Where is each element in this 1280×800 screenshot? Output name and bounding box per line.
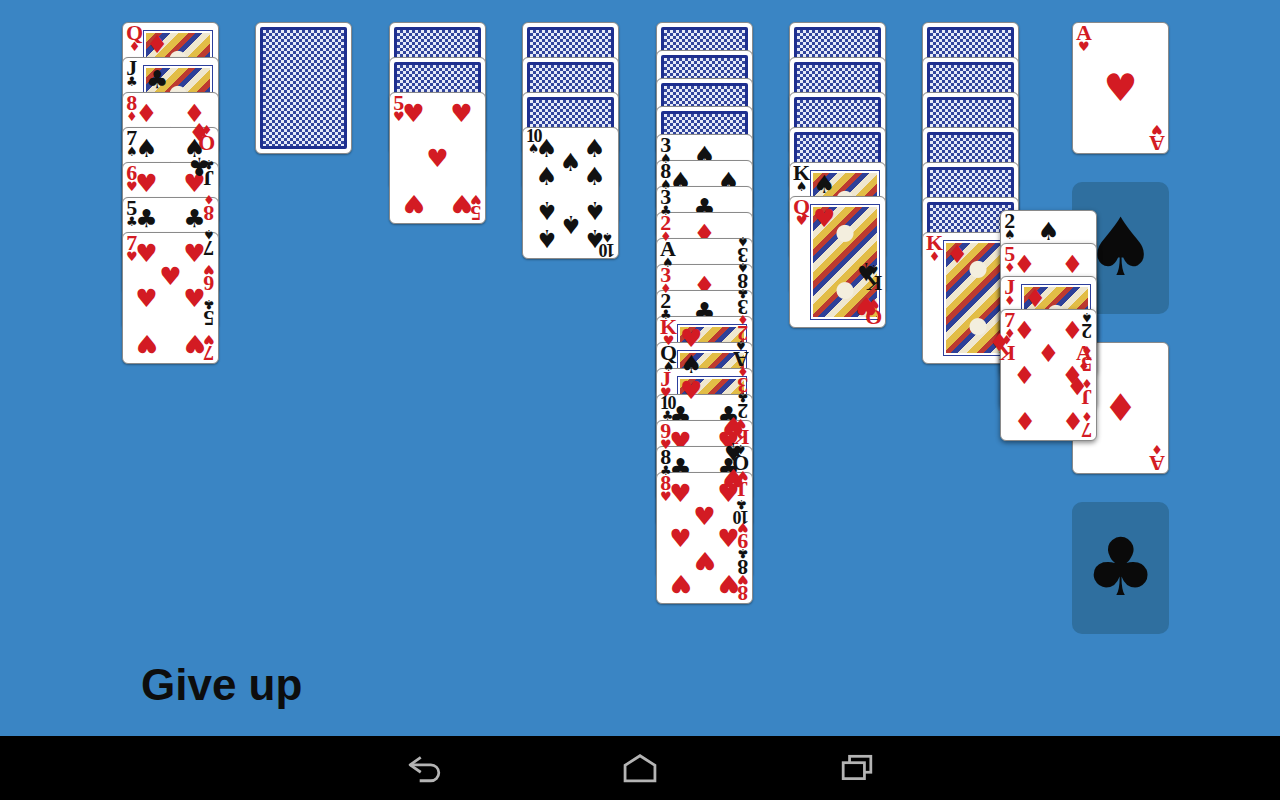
card-index: 5♣ [203, 298, 215, 327]
pip: ♥ [680, 378, 702, 403]
card-index: 8♦ [203, 193, 215, 222]
card-index: 10♠ [600, 232, 615, 257]
card-index: 8♥ [737, 573, 749, 602]
club-icon: ♣ [737, 547, 749, 558]
pip: ♦ [946, 242, 968, 267]
pip-area: ♠♠♠♠♠♠♠♠♠♠ [533, 134, 608, 252]
pip: ♣ [135, 206, 157, 231]
card-index: K♠ [865, 263, 882, 292]
diamond-icon: ♦ [737, 313, 749, 324]
card-index: 7♠ [203, 228, 215, 257]
heart-icon: ♥ [393, 112, 405, 123]
heart-icon: ♥ [735, 417, 747, 428]
pip: ♥ [135, 330, 157, 355]
diamond-icon: ♦ [929, 252, 941, 263]
pip: ♥ [1103, 69, 1137, 107]
pip: ♣ [146, 67, 168, 92]
pip: ♦ [1061, 252, 1083, 277]
club-icon: ♣ [203, 298, 215, 309]
pip: ♦ [1037, 340, 1059, 365]
card-index: 7♠ [126, 129, 138, 158]
pip: ♥ [426, 146, 448, 171]
back-icon[interactable] [406, 751, 444, 785]
diamond-icon: ♦ [126, 112, 138, 123]
pip: ♠ [813, 172, 835, 197]
android-nav-bar [0, 736, 1280, 800]
spade-icon: ♠ [1081, 311, 1093, 322]
diamond-icon: ♦ [1151, 443, 1163, 454]
pip: ♥ [693, 503, 715, 528]
card-back-pattern [260, 27, 347, 149]
club-icon: ♣ [126, 77, 138, 88]
pip-area: ♥♥♥♥♥♥♥♥ [667, 479, 742, 597]
card-index: J♣ [203, 158, 215, 187]
stock-pile[interactable] [255, 22, 352, 154]
card-index: Q♥ [865, 297, 882, 326]
heart-icon: ♥ [796, 216, 808, 227]
spade-icon: ♠ [602, 232, 614, 243]
pip-area: ♥♥♥♥♥♥♥ [133, 239, 208, 357]
pip: ♦ [1013, 363, 1035, 388]
pip: ♥ [669, 481, 691, 506]
pip-area: ♥♥♥♥♥ [400, 99, 475, 217]
pip: ♥ [135, 171, 157, 196]
pip: ♠ [535, 225, 557, 250]
heart-icon: ♥ [126, 252, 138, 263]
pip: ♠ [583, 136, 605, 161]
pip: ♠ [559, 150, 581, 175]
heart-icon: ♥ [203, 333, 215, 344]
diamond-icon: ♦ [1081, 377, 1093, 388]
spade-icon: ♠ [735, 443, 747, 454]
card-index: J♦ [1081, 377, 1093, 406]
spade-icon: ♠ [868, 263, 880, 274]
card-index: 7♦ [1081, 410, 1093, 439]
club-icon: ♣ [737, 391, 749, 402]
heart-icon: ♥ [660, 492, 672, 503]
card-AH[interactable]: A♥A♥♥ [1072, 22, 1169, 154]
spade-icon: ♠ [737, 235, 749, 246]
card-index: Q♦ [126, 24, 143, 53]
heart-icon: ♥ [737, 469, 749, 480]
pip: ♥ [402, 101, 424, 126]
pip: ♠ [559, 211, 581, 236]
pip: ♥ [135, 286, 157, 311]
heart-icon: ♥ [1151, 123, 1163, 134]
pip: ♦ [1103, 389, 1137, 427]
diamond-icon: ♦ [129, 42, 141, 53]
spade-icon: ♠ [528, 144, 540, 155]
card-index: Q♥ [793, 198, 810, 227]
card-10S[interactable]: 10♠10♠♠♠♠♠♠♠♠♠♠♠ [522, 127, 619, 259]
pip: ♥ [669, 570, 691, 595]
pip: ♠ [535, 164, 557, 189]
card-index: K♦ [926, 234, 943, 263]
card-index: J♣ [126, 59, 138, 88]
pip-area: ♥ [1083, 29, 1158, 147]
home-icon[interactable] [620, 752, 660, 784]
pip: ♦ [1013, 407, 1035, 432]
card-5H[interactable]: 5♥5♥♥♥♥♥♥ [389, 92, 486, 224]
spade-icon: ♠ [1004, 230, 1016, 241]
diamond-icon: ♦ [1081, 344, 1093, 355]
give-up-button[interactable]: Give up [141, 660, 302, 710]
pip: ♠ [135, 136, 157, 161]
club-icon: ♣ [736, 499, 748, 510]
club-icon: ♣ [126, 217, 138, 228]
pip: ♥ [450, 101, 472, 126]
card-index: 5♦ [1081, 344, 1093, 373]
pip: ♠ [583, 164, 605, 189]
card-index: K♠ [793, 164, 810, 193]
diamond-icon: ♦ [737, 365, 749, 376]
heart-icon: ♥ [203, 263, 215, 274]
spade-icon: ♠ [737, 261, 749, 272]
heart-icon: ♥ [1078, 42, 1090, 53]
recents-icon[interactable] [838, 751, 876, 785]
pip: ♥ [693, 548, 715, 573]
pip: ♥ [402, 190, 424, 215]
club-icon: ♣ [737, 287, 749, 298]
card-index: 6♥ [203, 263, 215, 292]
diamond-icon: ♦ [1081, 410, 1093, 421]
card-index: 8♥ [660, 474, 672, 503]
card-index: 2♠ [1081, 311, 1093, 340]
heart-icon: ♥ [126, 182, 138, 193]
card-index: 6♥ [126, 164, 138, 193]
heart-icon: ♥ [737, 573, 749, 584]
card-index: J♥ [737, 469, 749, 498]
pip: ♠ [535, 197, 557, 222]
card-index: Q♦ [198, 123, 215, 152]
pip: ♠ [583, 197, 605, 222]
card-index: 10♠ [526, 129, 541, 154]
heart-icon: ♥ [470, 193, 482, 204]
diamond-icon: ♦ [203, 193, 215, 204]
card-index: 7♥ [203, 333, 215, 362]
pip: ♥ [135, 241, 157, 266]
pip: ♠ [680, 352, 702, 377]
pip: ♠ [1037, 219, 1059, 244]
card-index: 5♦ [1004, 245, 1016, 274]
spade-icon: ♠ [735, 339, 747, 350]
diamond-icon: ♦ [1004, 263, 1016, 274]
heart-icon: ♥ [868, 297, 880, 308]
diamond-icon: ♦ [201, 123, 213, 134]
pip: ♦ [1013, 252, 1035, 277]
card-index: A♥ [1076, 24, 1092, 53]
card-index: 5♥ [393, 94, 405, 123]
pip: ♥ [813, 206, 835, 231]
diamond-icon: ♦ [1004, 329, 1016, 340]
pip: ♦ [1013, 318, 1035, 343]
foundation-slot-clubs[interactable]: ♣ [1072, 502, 1169, 634]
pip: ♥ [159, 263, 181, 288]
diamond-icon: ♦ [1004, 296, 1016, 307]
heart-icon: ♥ [737, 521, 749, 532]
pip: ♦ [1024, 286, 1046, 311]
card-index: 7♥ [126, 234, 138, 263]
solitaire-board: Give up A♥A♥♥♠A♦A♦♦♣Q♦Q♦♦♦J♣J♣♣♣8♦8♦♦♦♦♦… [0, 0, 1280, 800]
card-index: 5♥ [470, 193, 482, 222]
card-index: 2♠ [1004, 212, 1016, 241]
pip: ♥ [680, 326, 702, 351]
pip: ♥ [669, 526, 691, 551]
spade-icon: ♠ [796, 182, 808, 193]
card-index: A♦ [1149, 443, 1165, 472]
club-icon: ♣ [1085, 528, 1157, 608]
spade-icon: ♠ [126, 147, 138, 158]
card-index: 7♦ [1004, 311, 1016, 340]
card-index: 8♦ [126, 94, 138, 123]
card-index: A♥ [1149, 123, 1165, 152]
pip: ♦ [146, 32, 168, 57]
card-index: J♦ [1004, 278, 1016, 307]
club-icon: ♣ [203, 158, 215, 169]
card-index: 5♣ [126, 199, 138, 228]
pip: ♦ [135, 101, 157, 126]
spade-icon: ♠ [203, 228, 215, 239]
